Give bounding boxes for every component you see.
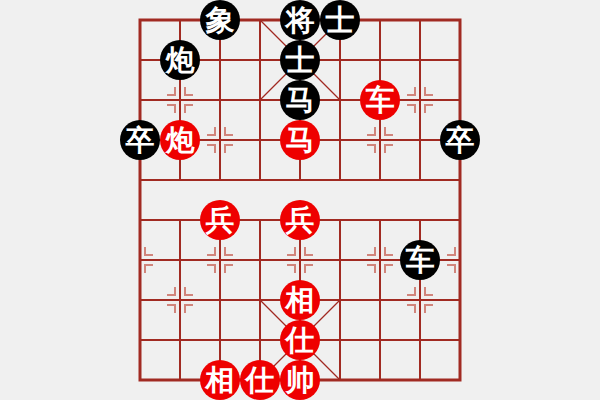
piece-black-cannon[interactable]: 炮	[160, 40, 200, 80]
piece-red-advisor[interactable]: 仕	[240, 360, 280, 400]
piece-red-chariot[interactable]: 车	[360, 80, 400, 120]
piece-black-general[interactable]: 将	[280, 0, 320, 40]
piece-red-elephant[interactable]: 相	[280, 280, 320, 320]
piece-black-chariot[interactable]: 车	[400, 240, 440, 280]
piece-red-pawn[interactable]: 兵	[200, 200, 240, 240]
piece-black-advisor[interactable]: 士	[320, 0, 360, 40]
piece-red-general[interactable]: 帅	[280, 360, 320, 400]
piece-black-advisor[interactable]: 士	[280, 40, 320, 80]
piece-red-horse[interactable]: 马	[280, 120, 320, 160]
piece-red-cannon[interactable]: 炮	[160, 120, 200, 160]
piece-black-pawn[interactable]: 卒	[120, 120, 160, 160]
piece-red-elephant[interactable]: 相	[200, 360, 240, 400]
piece-black-elephant[interactable]: 象	[200, 0, 240, 40]
piece-black-pawn[interactable]: 卒	[440, 120, 480, 160]
xiangqi-board: 象将士炮士马车卒炮马卒兵兵车相仕相仕帅	[140, 20, 460, 380]
piece-red-advisor[interactable]: 仕	[280, 320, 320, 360]
piece-red-pawn[interactable]: 兵	[280, 200, 320, 240]
screenshot-root: { "game": "xiangqi", "board": { "files":…	[0, 0, 600, 400]
piece-black-horse[interactable]: 马	[280, 80, 320, 120]
pieces-layer: 象将士炮士马车卒炮马卒兵兵车相仕相仕帅	[140, 20, 460, 380]
